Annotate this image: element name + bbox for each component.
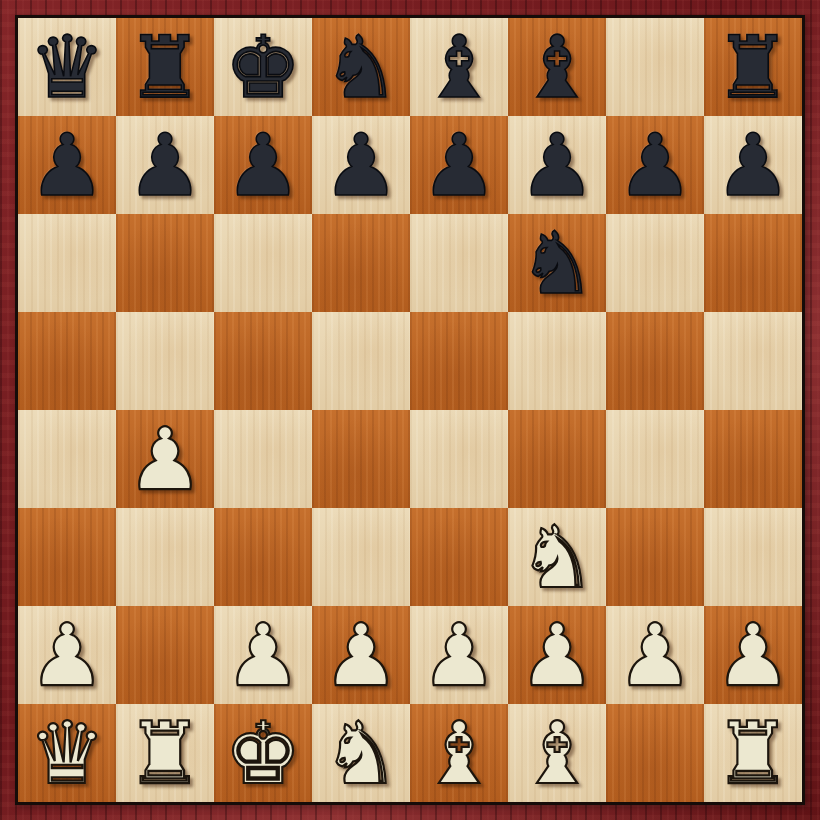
black-knight: ♞ [518,214,595,312]
square-c1[interactable]: ♚ [214,704,312,802]
square-g4[interactable] [606,410,704,508]
black-pawn: ♟ [126,116,203,214]
square-d1[interactable]: ♞ [312,704,410,802]
square-h1[interactable]: ♜ [704,704,802,802]
white-pawn: ♟ [518,606,595,704]
square-b2[interactable] [116,606,214,704]
square-b5[interactable] [116,312,214,410]
square-e3[interactable] [410,508,508,606]
square-a1[interactable]: ♛ [18,704,116,802]
square-b7[interactable]: ♟ [116,116,214,214]
square-b8[interactable]: ♜ [116,18,214,116]
square-h6[interactable] [704,214,802,312]
board-frame: ♛♜♚♞♝♝♜♟♟♟♟♟♟♟♟♞♟♞♟♟♟♟♟♟♟♛♜♚♞♝♝♜ [0,0,820,820]
black-pawn: ♟ [322,116,399,214]
black-pawn: ♟ [28,116,105,214]
square-a8[interactable]: ♛ [18,18,116,116]
black-pawn: ♟ [616,116,693,214]
square-f2[interactable]: ♟ [508,606,606,704]
square-e4[interactable] [410,410,508,508]
white-pawn: ♟ [616,606,693,704]
square-h8[interactable]: ♜ [704,18,802,116]
square-b1[interactable]: ♜ [116,704,214,802]
square-f3[interactable]: ♞ [508,508,606,606]
black-bishop: ♝ [420,18,497,116]
square-b6[interactable] [116,214,214,312]
white-bishop: ♝ [420,704,497,802]
black-knight: ♞ [322,18,399,116]
square-g5[interactable] [606,312,704,410]
square-c4[interactable] [214,410,312,508]
square-a5[interactable] [18,312,116,410]
square-g2[interactable]: ♟ [606,606,704,704]
square-a3[interactable] [18,508,116,606]
black-rook: ♜ [126,18,203,116]
square-c7[interactable]: ♟ [214,116,312,214]
square-c8[interactable]: ♚ [214,18,312,116]
square-d3[interactable] [312,508,410,606]
square-g7[interactable]: ♟ [606,116,704,214]
square-b4[interactable]: ♟ [116,410,214,508]
black-pawn: ♟ [518,116,595,214]
square-d6[interactable] [312,214,410,312]
white-knight: ♞ [322,704,399,802]
square-g3[interactable] [606,508,704,606]
square-g6[interactable] [606,214,704,312]
square-d7[interactable]: ♟ [312,116,410,214]
square-c3[interactable] [214,508,312,606]
square-f8[interactable]: ♝ [508,18,606,116]
chess-board: ♛♜♚♞♝♝♜♟♟♟♟♟♟♟♟♞♟♞♟♟♟♟♟♟♟♛♜♚♞♝♝♜ [15,15,805,805]
square-f4[interactable] [508,410,606,508]
square-d2[interactable]: ♟ [312,606,410,704]
white-pawn: ♟ [714,606,791,704]
square-h4[interactable] [704,410,802,508]
white-pawn: ♟ [322,606,399,704]
black-queen: ♛ [28,18,105,116]
black-rook: ♜ [714,18,791,116]
square-a4[interactable] [18,410,116,508]
square-h2[interactable]: ♟ [704,606,802,704]
white-king: ♚ [224,704,301,802]
square-a6[interactable] [18,214,116,312]
black-pawn: ♟ [224,116,301,214]
square-e6[interactable] [410,214,508,312]
white-pawn: ♟ [224,606,301,704]
white-pawn: ♟ [28,606,105,704]
square-e5[interactable] [410,312,508,410]
white-knight: ♞ [518,508,595,606]
square-d8[interactable]: ♞ [312,18,410,116]
square-a2[interactable]: ♟ [18,606,116,704]
black-bishop: ♝ [518,18,595,116]
square-g8[interactable] [606,18,704,116]
black-king: ♚ [224,18,301,116]
square-f6[interactable]: ♞ [508,214,606,312]
square-d5[interactable] [312,312,410,410]
square-h5[interactable] [704,312,802,410]
square-g1[interactable] [606,704,704,802]
white-bishop: ♝ [518,704,595,802]
white-rook: ♜ [714,704,791,802]
square-e2[interactable]: ♟ [410,606,508,704]
square-c5[interactable] [214,312,312,410]
white-queen: ♛ [28,704,105,802]
square-c6[interactable] [214,214,312,312]
black-pawn: ♟ [714,116,791,214]
black-pawn: ♟ [420,116,497,214]
square-h3[interactable] [704,508,802,606]
square-f1[interactable]: ♝ [508,704,606,802]
white-pawn: ♟ [126,410,203,508]
white-pawn: ♟ [420,606,497,704]
square-a7[interactable]: ♟ [18,116,116,214]
square-c2[interactable]: ♟ [214,606,312,704]
square-e1[interactable]: ♝ [410,704,508,802]
square-b3[interactable] [116,508,214,606]
square-f7[interactable]: ♟ [508,116,606,214]
square-h7[interactable]: ♟ [704,116,802,214]
square-d4[interactable] [312,410,410,508]
square-f5[interactable] [508,312,606,410]
square-e7[interactable]: ♟ [410,116,508,214]
square-e8[interactable]: ♝ [410,18,508,116]
white-rook: ♜ [126,704,203,802]
